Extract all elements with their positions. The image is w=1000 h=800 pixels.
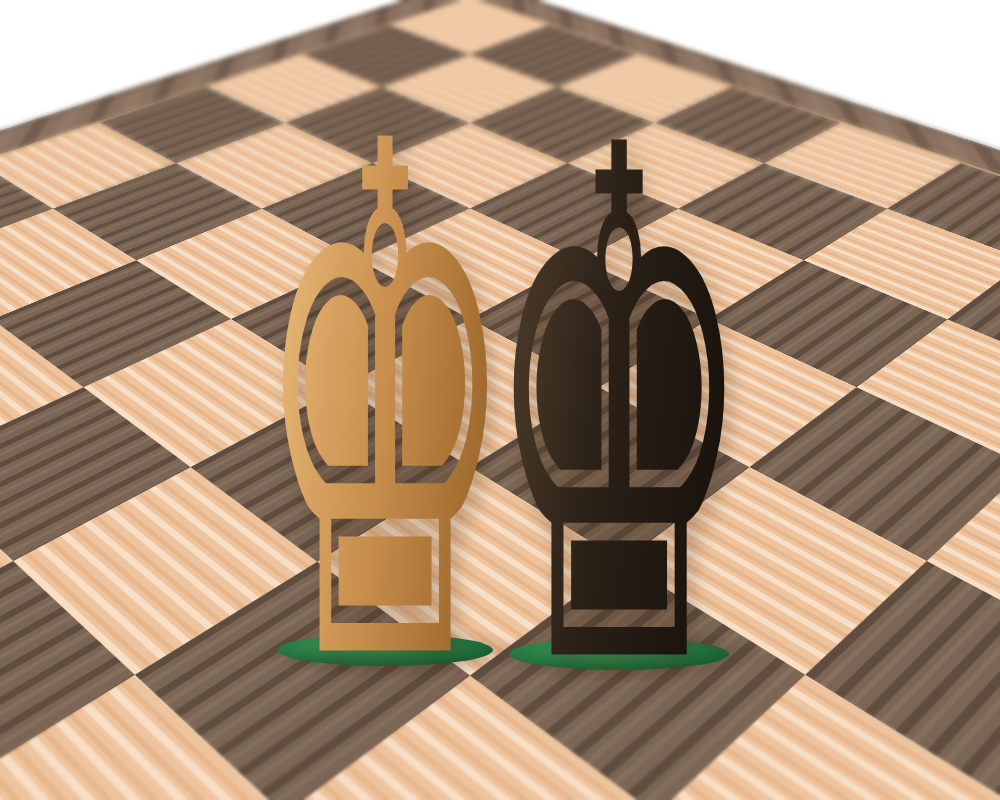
white-king[interactable]: ♚ (254, 55, 515, 760)
black-king[interactable]: ♚ (484, 59, 754, 764)
chess-product-photo: ♚ ♚ (0, 0, 1000, 800)
